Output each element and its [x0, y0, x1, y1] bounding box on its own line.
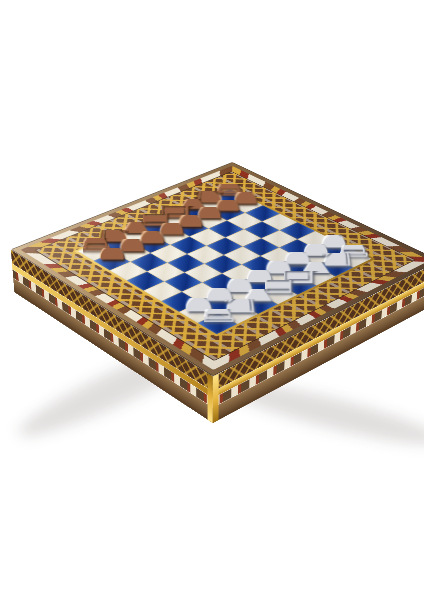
board-top-face: ♜♞♝♛♚♝♞♜♟♟♟♟♟♟♟♟♟♟♟♟♟♟♟♟♜♞♝♛♚♝♞♜ [11, 162, 424, 376]
scene: ♜♞♝♛♚♝♞♜♟♟♟♟♟♟♟♟♟♟♟♟♟♟♟♟♜♞♝♛♚♝♞♜ [0, 0, 424, 600]
piece-copper-p-a7[interactable]: ♟ [99, 248, 125, 261]
piece-silver-r-a1[interactable]: ♜ [204, 309, 232, 323]
chess-board-case: ♜♞♝♛♚♝♞♜♟♟♟♟♟♟♟♟♟♟♟♟♟♟♟♟♜♞♝♛♚♝♞♜ [11, 162, 424, 376]
photo-background: ♜♞♝♛♚♝♞♜♟♟♟♟♟♟♟♟♟♟♟♟♟♟♟♟♜♞♝♛♚♝♞♜ [0, 0, 424, 600]
